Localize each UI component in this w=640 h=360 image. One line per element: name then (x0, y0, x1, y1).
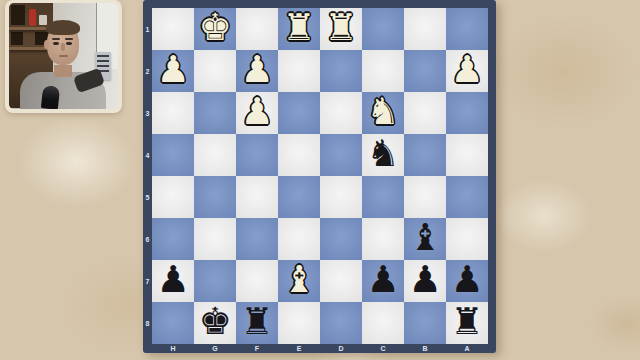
square-a7: ♟ (446, 260, 488, 302)
file-label-d: D (320, 344, 362, 353)
eye (53, 42, 59, 45)
square-g8: ♚ (194, 302, 236, 344)
chess-board: 12345678 ♚♜♜♟♟♟♟♞♞♝♟♝♟♟♟♚♜♜ HGFEDCBA (143, 0, 496, 353)
file-label-f: F (236, 344, 278, 353)
nose (61, 43, 65, 51)
square-b7: ♟ (404, 260, 446, 302)
square-b8 (404, 302, 446, 344)
piece-white-pawn: ♟ (240, 91, 273, 133)
square-a4 (446, 134, 488, 176)
rank-label-7: 7 (143, 260, 152, 302)
square-b3 (404, 92, 446, 134)
rank-label-4: 4 (143, 134, 152, 176)
piece-white-rook: ♜ (324, 7, 357, 49)
shelf-compartment (11, 5, 25, 25)
square-e7: ♝ (278, 260, 320, 302)
piece-white-pawn: ♟ (240, 49, 273, 91)
square-c3: ♞ (362, 92, 404, 134)
eye (66, 42, 72, 45)
hair (46, 20, 80, 35)
square-f1 (236, 8, 278, 50)
piece-black-pawn: ♟ (408, 259, 441, 301)
square-g6 (194, 218, 236, 260)
square-d6 (320, 218, 362, 260)
video-frame: 12345678 ♚♜♜♟♟♟♟♞♞♝♟♝♟♟♟♚♜♜ HGFEDCBA (0, 0, 640, 360)
piece-white-pawn: ♟ (156, 49, 189, 91)
square-a2: ♟ (446, 50, 488, 92)
square-h1 (152, 8, 194, 50)
square-h2: ♟ (152, 50, 194, 92)
square-c5 (362, 176, 404, 218)
square-b1 (404, 8, 446, 50)
square-f3: ♟ (236, 92, 278, 134)
square-e1: ♜ (278, 8, 320, 50)
square-e5 (278, 176, 320, 218)
square-a5 (446, 176, 488, 218)
piece-black-pawn: ♟ (366, 259, 399, 301)
square-e3 (278, 92, 320, 134)
square-c8 (362, 302, 404, 344)
webcam-overlay (5, 0, 122, 113)
square-c7: ♟ (362, 260, 404, 302)
square-g4 (194, 134, 236, 176)
streamer-head (47, 23, 79, 65)
file-label-e: E (278, 344, 320, 353)
square-e8 (278, 302, 320, 344)
square-f4 (236, 134, 278, 176)
square-c6 (362, 218, 404, 260)
square-a3 (446, 92, 488, 134)
square-h8 (152, 302, 194, 344)
rank-labels: 12345678 (143, 8, 152, 344)
square-f7 (236, 260, 278, 302)
piece-black-king: ♚ (198, 301, 231, 343)
square-b5 (404, 176, 446, 218)
square-e6 (278, 218, 320, 260)
square-d1: ♜ (320, 8, 362, 50)
ear (44, 40, 49, 49)
square-h4 (152, 134, 194, 176)
square-d4 (320, 134, 362, 176)
square-c1 (362, 8, 404, 50)
square-d3 (320, 92, 362, 134)
eyebrow (52, 38, 60, 40)
square-d5 (320, 176, 362, 218)
piece-white-knight: ♞ (366, 91, 399, 133)
streamer-neck (54, 65, 72, 77)
piece-black-rook: ♜ (450, 301, 483, 343)
shelf-item (39, 15, 47, 25)
square-c2 (362, 50, 404, 92)
square-g3 (194, 92, 236, 134)
square-b6: ♝ (404, 218, 446, 260)
square-b2 (404, 50, 446, 92)
square-f8: ♜ (236, 302, 278, 344)
square-h3 (152, 92, 194, 134)
piece-black-rook: ♜ (240, 301, 273, 343)
mouth (59, 55, 68, 57)
square-g2 (194, 50, 236, 92)
rank-label-3: 3 (143, 92, 152, 134)
piece-black-pawn: ♟ (450, 259, 483, 301)
square-f6 (236, 218, 278, 260)
webcam-photo (9, 3, 118, 109)
piece-white-rook: ♜ (282, 7, 315, 49)
square-c4: ♞ (362, 134, 404, 176)
microphone (41, 85, 60, 109)
file-label-b: B (404, 344, 446, 353)
square-a1 (446, 8, 488, 50)
square-e2 (278, 50, 320, 92)
square-f2: ♟ (236, 50, 278, 92)
piece-white-pawn: ♟ (450, 49, 483, 91)
square-f5 (236, 176, 278, 218)
eyebrow (65, 38, 73, 40)
square-e4 (278, 134, 320, 176)
file-label-h: H (152, 344, 194, 353)
piece-black-bishop: ♝ (408, 217, 441, 259)
rank-label-8: 8 (143, 302, 152, 344)
rank-label-5: 5 (143, 176, 152, 218)
rank-label-1: 1 (143, 8, 152, 50)
piece-white-bishop: ♝ (282, 259, 315, 301)
square-g5 (194, 176, 236, 218)
board-grid: ♚♜♜♟♟♟♟♞♞♝♟♝♟♟♟♚♜♜ (152, 8, 488, 344)
square-a6 (446, 218, 488, 260)
piece-black-pawn: ♟ (156, 259, 189, 301)
piece-black-knight: ♞ (366, 133, 399, 175)
square-d8 (320, 302, 362, 344)
square-b4 (404, 134, 446, 176)
square-h6 (152, 218, 194, 260)
file-label-c: C (362, 344, 404, 353)
shelf-compartment (11, 32, 23, 45)
piece-white-king: ♚ (198, 7, 231, 49)
square-a8: ♜ (446, 302, 488, 344)
file-label-g: G (194, 344, 236, 353)
square-g7 (194, 260, 236, 302)
square-d7 (320, 260, 362, 302)
square-g1: ♚ (194, 8, 236, 50)
square-h7: ♟ (152, 260, 194, 302)
file-label-a: A (446, 344, 488, 353)
rank-label-2: 2 (143, 50, 152, 92)
square-h5 (152, 176, 194, 218)
file-labels: HGFEDCBA (152, 344, 488, 353)
rank-label-6: 6 (143, 218, 152, 260)
square-d2 (320, 50, 362, 92)
red-ornament (29, 9, 36, 26)
